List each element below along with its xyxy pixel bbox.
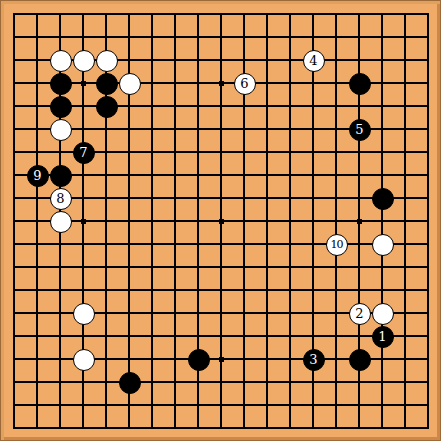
move-number: 2 [355,307,363,320]
stone-white-move-4-O17: 4 [303,50,325,72]
stone-white-D4 [73,349,95,371]
move-number: 3 [309,353,317,366]
move-number: 9 [33,169,41,182]
stone-white-move-8-C11: 8 [50,188,72,210]
stone-black-J4 [188,349,210,371]
stone-black-Q16 [349,73,371,95]
stone-black-E16 [96,73,118,95]
move-number: 1 [378,330,386,343]
stone-white-move-6-L16: 6 [234,73,256,95]
stone-black-E15 [96,96,118,118]
stone-black-move-3-O4: 3 [303,349,325,371]
stone-white-C14 [50,119,72,141]
go-board: 12345678910 [0,0,441,441]
stone-black-Q4 [349,349,371,371]
move-number: 8 [56,192,64,205]
stone-white-D6 [73,303,95,325]
stone-black-move-5-Q14: 5 [349,119,371,141]
stone-black-move-9-B12: 9 [27,165,49,187]
move-number: 7 [79,146,87,159]
stone-black-F3 [119,372,141,394]
stone-black-R11 [372,188,394,210]
stone-white-C10 [50,211,72,233]
stone-white-E17 [96,50,118,72]
stone-white-R6 [372,303,394,325]
stone-black-move-1-R5: 1 [372,326,394,348]
stone-black-C12 [50,165,72,187]
stone-black-C16 [50,73,72,95]
move-number: 10 [331,239,343,250]
stone-white-D17 [73,50,95,72]
stone-white-move-10-P9: 10 [326,234,348,256]
stones-layer: 12345678910 [3,3,440,440]
stone-white-move-2-Q6: 2 [349,303,371,325]
stone-black-move-7-D13: 7 [73,142,95,164]
move-number: 4 [309,54,317,67]
stone-white-R9 [372,234,394,256]
stone-white-F16 [119,73,141,95]
move-number: 5 [355,123,363,136]
stone-black-C15 [50,96,72,118]
move-number: 6 [240,77,248,90]
stone-white-C17 [50,50,72,72]
